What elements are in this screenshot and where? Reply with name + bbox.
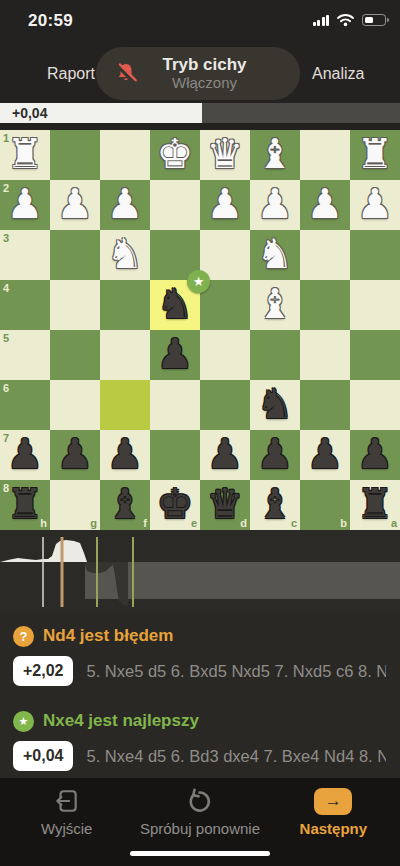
piece-white-d2[interactable]: ♟	[200, 180, 250, 230]
piece-black-b7[interactable]: ♟	[300, 430, 350, 480]
square-f4[interactable]	[100, 280, 150, 330]
cellular-signal-icon	[313, 15, 330, 26]
evaluation-value: +0,04	[12, 103, 47, 123]
piece-black-d7[interactable]: ♟	[200, 430, 250, 480]
status-bar: 20:59	[0, 0, 400, 44]
square-c5[interactable]	[250, 330, 300, 380]
square-f2[interactable]: ♟	[100, 180, 150, 230]
piece-black-a7[interactable]: ♟	[350, 430, 400, 480]
square-b6[interactable]	[300, 380, 350, 430]
rank-label-5: 5	[3, 332, 9, 344]
square-e4[interactable]: ♞★	[150, 280, 200, 330]
best-move-title: Nxe4 jest najlepszy	[43, 711, 199, 731]
square-b4[interactable]	[300, 280, 350, 330]
battery-icon	[362, 14, 386, 26]
square-g3[interactable]	[50, 230, 100, 280]
home-indicator	[130, 851, 270, 856]
square-h1[interactable]: ♜1	[0, 130, 50, 180]
square-a1[interactable]: ♜	[350, 130, 400, 180]
piece-white-g2[interactable]: ♟	[50, 180, 100, 230]
square-c1[interactable]: ♝	[250, 130, 300, 180]
square-b2[interactable]: ♟	[300, 180, 350, 230]
rank-label-3: 3	[3, 232, 9, 244]
square-b3[interactable]	[300, 230, 350, 280]
quiet-mode-state: Włączony	[139, 74, 270, 92]
rank-label-8: 8	[3, 482, 9, 494]
square-h6[interactable]: 6	[0, 380, 50, 430]
square-c3[interactable]: ♞	[250, 230, 300, 280]
next-label: Następny	[300, 820, 368, 837]
piece-white-e1[interactable]: ♚	[150, 130, 200, 180]
square-a3[interactable]	[350, 230, 400, 280]
square-h5[interactable]: 5	[0, 330, 50, 380]
square-a4[interactable]	[350, 280, 400, 330]
best-move-line[interactable]: 5. Nxe4 d5 6. Bd3 dxe4 7. Bxe4 Nd4 8. Nx…	[86, 747, 386, 766]
square-d1[interactable]: ♛	[200, 130, 250, 180]
file-label-f: f	[143, 517, 147, 529]
chess-analysis-app: 20:59 Raport Tryb cichy Włą	[0, 0, 400, 866]
file-label-b: b	[340, 517, 347, 529]
square-h3[interactable]: 3	[0, 230, 50, 280]
mistake-badge-icon: ?	[13, 626, 34, 647]
clock-time: 20:59	[28, 11, 73, 31]
square-g7[interactable]: ♟	[50, 430, 100, 480]
retry-icon	[186, 786, 213, 816]
evaluation-graph[interactable]	[0, 530, 400, 612]
square-c7[interactable]: ♟	[250, 430, 300, 480]
square-g4[interactable]	[50, 280, 100, 330]
square-f6[interactable]	[100, 380, 150, 430]
square-d3[interactable]	[200, 230, 250, 280]
square-e2[interactable]	[150, 180, 200, 230]
square-d8[interactable]: ♛d	[200, 480, 250, 530]
piece-white-c4[interactable]: ♝	[250, 280, 300, 330]
square-a8[interactable]: ♜a	[350, 480, 400, 530]
square-a6[interactable]	[350, 380, 400, 430]
selected-move-line	[61, 537, 64, 607]
file-label-c: c	[291, 517, 297, 529]
square-g6[interactable]	[50, 380, 100, 430]
muted-bell-icon	[113, 61, 139, 87]
square-c4[interactable]: ♝	[250, 280, 300, 330]
square-c2[interactable]: ♟	[250, 180, 300, 230]
square-b1[interactable]	[300, 130, 350, 180]
piece-white-d1[interactable]: ♛	[200, 130, 250, 180]
next-arrow-icon: →	[314, 788, 352, 815]
square-f8[interactable]: ♝f	[100, 480, 150, 530]
square-h4[interactable]: 4	[0, 280, 50, 330]
best-move-row[interactable]: ★ Nxe4 jest najlepszy +0,04 5. Nxe4 d5 6…	[0, 709, 400, 771]
rank-label-6: 6	[3, 382, 9, 394]
next-button[interactable]: → Następny	[267, 778, 400, 866]
square-g1[interactable]	[50, 130, 100, 180]
exit-label: Wyjście	[41, 820, 93, 837]
tab-bar: Raport Tryb cichy Włączony Analiza	[0, 44, 400, 103]
square-a7[interactable]: ♟	[350, 430, 400, 480]
square-d2[interactable]: ♟	[200, 180, 250, 230]
status-icons	[313, 13, 387, 27]
tab-report[interactable]: Raport	[47, 44, 95, 103]
best-move-star-badge-icon: ★	[187, 270, 210, 293]
exit-icon	[54, 786, 80, 816]
move-marker-line	[96, 537, 98, 607]
file-label-e: e	[191, 517, 197, 529]
mistake-row[interactable]: ? Nd4 jest błędem +2,02 5. Nxe5 d5 6. Bx…	[0, 624, 400, 686]
square-g8[interactable]: g	[50, 480, 100, 530]
quiet-mode-title: Tryb cichy	[139, 55, 270, 74]
piece-black-g7[interactable]: ♟	[50, 430, 100, 480]
file-label-d: d	[240, 517, 247, 529]
square-c6[interactable]: ♞	[250, 380, 300, 430]
square-f3[interactable]: ♞	[100, 230, 150, 280]
square-a2[interactable]: ♟	[350, 180, 400, 230]
rank-label-7: 7	[3, 432, 9, 444]
mistake-eval-pill: +2,02	[13, 656, 73, 686]
mistake-title: Nd4 jest błędem	[43, 626, 173, 646]
square-d5[interactable]	[200, 330, 250, 380]
analysis-panel: ? Nd4 jest błędem +2,02 5. Nxe5 d5 6. Bx…	[0, 612, 400, 778]
square-g2[interactable]: ♟	[50, 180, 100, 230]
piece-white-b2[interactable]: ♟	[300, 180, 350, 230]
rank-label-4: 4	[3, 282, 9, 294]
piece-black-f7[interactable]: ♟	[100, 430, 150, 480]
square-f1[interactable]	[100, 130, 150, 180]
square-e8[interactable]: ♚e	[150, 480, 200, 530]
square-e6[interactable]	[150, 380, 200, 430]
file-label-a: a	[391, 517, 397, 529]
square-e1[interactable]: ♚	[150, 130, 200, 180]
square-f5[interactable]	[100, 330, 150, 380]
tab-analysis[interactable]: Analiza	[312, 44, 364, 103]
piece-black-e5[interactable]: ♟	[150, 330, 200, 380]
square-b7[interactable]: ♟	[300, 430, 350, 480]
rank-label-2: 2	[3, 182, 9, 194]
square-h2[interactable]: ♟2	[0, 180, 50, 230]
move-marker-line	[132, 537, 134, 607]
piece-white-c3[interactable]: ♞	[250, 230, 300, 280]
square-a5[interactable]	[350, 330, 400, 380]
chess-board[interactable]: ♜1♚♛♝♜♟2♟♟♟♟♟♟3♞♞4♞★♝5♟6♞♟7♟♟♟♟♟♟♜8hg♝f♚…	[0, 130, 400, 530]
piece-white-c1[interactable]: ♝	[250, 130, 300, 180]
piece-white-a2[interactable]: ♟	[350, 180, 400, 230]
quiet-mode-pill[interactable]: Tryb cichy Włączony	[96, 47, 300, 100]
best-move-badge-icon: ★	[13, 711, 34, 732]
square-b8[interactable]: b	[300, 480, 350, 530]
piece-white-a1[interactable]: ♜	[350, 130, 400, 180]
square-c8[interactable]: ♝c	[250, 480, 300, 530]
square-h8[interactable]: ♜8h	[0, 480, 50, 530]
piece-black-c7[interactable]: ♟	[250, 430, 300, 480]
piece-white-f2[interactable]: ♟	[100, 180, 150, 230]
square-g5[interactable]	[50, 330, 100, 380]
file-label-g: g	[90, 517, 97, 529]
square-b5[interactable]	[300, 330, 350, 380]
square-f7[interactable]: ♟	[100, 430, 150, 480]
square-d6[interactable]	[200, 380, 250, 430]
mistake-move-line[interactable]: 5. Nxe5 d5 6. Bxd5 Nxd5 7. Nxd5 c6 8. Ne…	[86, 662, 386, 681]
file-label-h: h	[40, 517, 47, 529]
exit-button[interactable]: Wyjście	[0, 778, 133, 866]
piece-black-c6[interactable]: ♞	[250, 380, 300, 430]
current-position-line	[42, 537, 44, 607]
square-e7[interactable]	[150, 430, 200, 480]
wifi-icon	[336, 13, 355, 27]
square-e5[interactable]: ♟	[150, 330, 200, 380]
retry-label: Spróbuj ponownie	[140, 820, 260, 837]
rank-label-1: 1	[3, 132, 9, 144]
evaluation-bar: +0,04	[0, 103, 400, 123]
square-d7[interactable]: ♟	[200, 430, 250, 480]
piece-white-f3[interactable]: ♞	[100, 230, 150, 280]
best-move-eval-pill: +0,04	[13, 741, 73, 771]
piece-white-c2[interactable]: ♟	[250, 180, 300, 230]
square-h7[interactable]: ♟7	[0, 430, 50, 480]
